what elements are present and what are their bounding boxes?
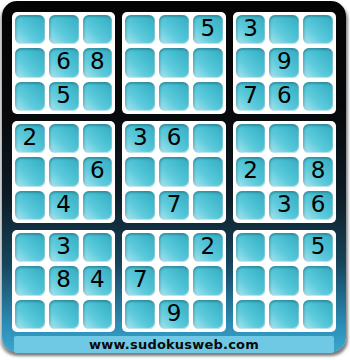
cell-r6c1[interactable] xyxy=(15,191,45,220)
cell-r4c6[interactable] xyxy=(193,124,223,153)
cell-r6c9[interactable]: 6 xyxy=(303,191,333,220)
cell-r2c8[interactable]: 9 xyxy=(269,48,299,77)
cell-r4c3[interactable] xyxy=(83,124,113,153)
sudoku-board: 6855397626436728363842795 www.sudokusweb… xyxy=(2,1,346,352)
cell-r2c9[interactable] xyxy=(303,48,333,77)
cell-r2c5[interactable] xyxy=(159,48,189,77)
cell-r7c1[interactable] xyxy=(15,233,45,262)
cell-r2c7[interactable] xyxy=(236,48,266,77)
cell-r6c7[interactable] xyxy=(236,191,266,220)
cell-r5c1[interactable] xyxy=(15,157,45,186)
cell-r1c5[interactable] xyxy=(159,15,189,44)
cell-r9c8[interactable] xyxy=(269,300,299,329)
cell-r7c3[interactable] xyxy=(83,233,113,262)
cell-r8c3[interactable]: 4 xyxy=(83,266,113,295)
cell-r9c7[interactable] xyxy=(236,300,266,329)
cell-r8c4[interactable]: 7 xyxy=(125,266,155,295)
cell-r5c2[interactable] xyxy=(49,157,79,186)
cell-r2c4[interactable] xyxy=(125,48,155,77)
cell-r8c7[interactable] xyxy=(236,266,266,295)
sudoku-box-2-3: 2836 xyxy=(233,121,336,223)
cell-r5c5[interactable] xyxy=(159,157,189,186)
cell-r5c8[interactable] xyxy=(269,157,299,186)
cell-r3c6[interactable] xyxy=(193,82,223,111)
cell-r5c9[interactable]: 8 xyxy=(303,157,333,186)
sudoku-box-2-1: 264 xyxy=(12,121,115,223)
cell-r1c9[interactable] xyxy=(303,15,333,44)
cell-r9c9[interactable] xyxy=(303,300,333,329)
cell-r9c5[interactable]: 9 xyxy=(159,300,189,329)
cell-r3c2[interactable]: 5 xyxy=(49,82,79,111)
cell-r3c9[interactable] xyxy=(303,82,333,111)
cell-r4c2[interactable] xyxy=(49,124,79,153)
cell-r8c2[interactable]: 8 xyxy=(49,266,79,295)
cell-r7c6[interactable]: 2 xyxy=(193,233,223,262)
cell-r8c6[interactable] xyxy=(193,266,223,295)
cell-r2c6[interactable] xyxy=(193,48,223,77)
cell-r6c2[interactable]: 4 xyxy=(49,191,79,220)
cell-r3c1[interactable] xyxy=(15,82,45,111)
cell-r1c4[interactable] xyxy=(125,15,155,44)
cell-r1c6[interactable]: 5 xyxy=(193,15,223,44)
cell-r7c7[interactable] xyxy=(236,233,266,262)
cell-r7c9[interactable]: 5 xyxy=(303,233,333,262)
cell-r3c8[interactable]: 6 xyxy=(269,82,299,111)
sudoku-box-1-2: 5 xyxy=(122,12,225,114)
cell-r4c8[interactable] xyxy=(269,124,299,153)
site-url[interactable]: www.sudokusweb.com xyxy=(14,336,334,353)
cell-r4c1[interactable]: 2 xyxy=(15,124,45,153)
cell-r8c8[interactable] xyxy=(269,266,299,295)
cell-r7c2[interactable]: 3 xyxy=(49,233,79,262)
cell-r7c8[interactable] xyxy=(269,233,299,262)
cell-r1c1[interactable] xyxy=(15,15,45,44)
sudoku-box-3-2: 279 xyxy=(122,230,225,332)
cell-r7c5[interactable] xyxy=(159,233,189,262)
cell-r8c5[interactable] xyxy=(159,266,189,295)
cell-r6c4[interactable] xyxy=(125,191,155,220)
cell-r5c6[interactable] xyxy=(193,157,223,186)
cell-r7c4[interactable] xyxy=(125,233,155,262)
cell-r3c5[interactable] xyxy=(159,82,189,111)
cell-r3c4[interactable] xyxy=(125,82,155,111)
cell-r3c7[interactable]: 7 xyxy=(236,82,266,111)
cell-r4c9[interactable] xyxy=(303,124,333,153)
cell-r1c8[interactable] xyxy=(269,15,299,44)
cell-r6c8[interactable]: 3 xyxy=(269,191,299,220)
sudoku-box-3-3: 5 xyxy=(233,230,336,332)
sudoku-box-1-1: 685 xyxy=(12,12,115,114)
cell-r4c7[interactable] xyxy=(236,124,266,153)
cell-r4c4[interactable]: 3 xyxy=(125,124,155,153)
cell-r6c6[interactable] xyxy=(193,191,223,220)
cell-r3c3[interactable] xyxy=(83,82,113,111)
sudoku-box-2-2: 367 xyxy=(122,121,225,223)
cell-r1c2[interactable] xyxy=(49,15,79,44)
cell-r4c5[interactable]: 6 xyxy=(159,124,189,153)
cell-r2c1[interactable] xyxy=(15,48,45,77)
cell-r1c3[interactable] xyxy=(83,15,113,44)
cell-r8c9[interactable] xyxy=(303,266,333,295)
cell-r2c3[interactable]: 8 xyxy=(83,48,113,77)
cell-r5c7[interactable]: 2 xyxy=(236,157,266,186)
cell-r8c1[interactable] xyxy=(15,266,45,295)
cell-r9c2[interactable] xyxy=(49,300,79,329)
cell-r1c7[interactable]: 3 xyxy=(236,15,266,44)
sudoku-box-3-1: 384 xyxy=(12,230,115,332)
cell-r6c3[interactable] xyxy=(83,191,113,220)
cell-r2c2[interactable]: 6 xyxy=(49,48,79,77)
cell-r5c3[interactable]: 6 xyxy=(83,157,113,186)
cell-r9c4[interactable] xyxy=(125,300,155,329)
sudoku-grid: 6855397626436728363842795 xyxy=(2,1,346,332)
sudoku-box-1-3: 3976 xyxy=(233,12,336,114)
cell-r5c4[interactable] xyxy=(125,157,155,186)
cell-r6c5[interactable]: 7 xyxy=(159,191,189,220)
cell-r9c6[interactable] xyxy=(193,300,223,329)
cell-r9c3[interactable] xyxy=(83,300,113,329)
cell-r9c1[interactable] xyxy=(15,300,45,329)
